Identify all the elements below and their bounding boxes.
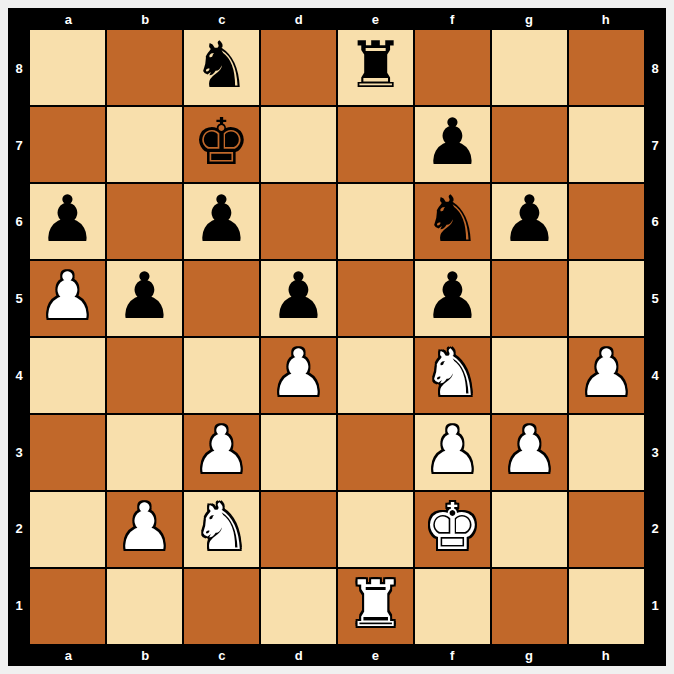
rank-label-right-1: 1 xyxy=(644,567,666,644)
square-e5[interactable] xyxy=(338,261,413,336)
file-label-bottom-f: f xyxy=(414,644,491,666)
rank-label-right-4: 4 xyxy=(644,337,666,414)
square-d1[interactable] xyxy=(261,569,336,644)
white-rook-e1[interactable]: ♜ xyxy=(347,572,404,636)
rank-label-right-8: 8 xyxy=(644,30,666,107)
file-label-top-c: c xyxy=(184,8,261,30)
board: ♞♜♚♟♟♟♞♟♟♟♟♟♟♞♟♟♟♟♟♞♚♜ xyxy=(30,30,644,644)
square-b5[interactable]: ♟ xyxy=(107,261,182,336)
square-a7[interactable] xyxy=(30,107,105,182)
square-c5[interactable] xyxy=(184,261,259,336)
rank-label-left-8: 8 xyxy=(8,30,30,107)
rank-label-right-2: 2 xyxy=(644,491,666,568)
square-a6[interactable]: ♟ xyxy=(30,184,105,259)
square-e8[interactable]: ♜ xyxy=(338,30,413,105)
rank-labels-right: 87654321 xyxy=(644,30,666,644)
square-e1[interactable]: ♜ xyxy=(338,569,413,644)
file-label-top-b: b xyxy=(107,8,184,30)
square-c7[interactable]: ♚ xyxy=(184,107,259,182)
rank-labels-left: 87654321 xyxy=(8,30,30,644)
rank-label-left-2: 2 xyxy=(8,491,30,568)
square-g5[interactable] xyxy=(492,261,567,336)
square-b6[interactable] xyxy=(107,184,182,259)
square-c3[interactable]: ♟ xyxy=(184,415,259,490)
white-knight-c2[interactable]: ♞ xyxy=(193,495,250,559)
square-h5[interactable] xyxy=(569,261,644,336)
square-b8[interactable] xyxy=(107,30,182,105)
square-g6[interactable]: ♟ xyxy=(492,184,567,259)
square-b3[interactable] xyxy=(107,415,182,490)
rank-label-right-7: 7 xyxy=(644,107,666,184)
square-f3[interactable]: ♟ xyxy=(415,415,490,490)
rank-label-left-3: 3 xyxy=(8,414,30,491)
square-f6[interactable]: ♞ xyxy=(415,184,490,259)
square-b2[interactable]: ♟ xyxy=(107,492,182,567)
square-h2[interactable] xyxy=(569,492,644,567)
square-c4[interactable] xyxy=(184,338,259,413)
square-g4[interactable] xyxy=(492,338,567,413)
square-d5[interactable]: ♟ xyxy=(261,261,336,336)
square-e2[interactable] xyxy=(338,492,413,567)
black-pawn-f7[interactable]: ♟ xyxy=(424,110,481,174)
black-knight-c8[interactable]: ♞ xyxy=(193,33,250,97)
square-f4[interactable]: ♞ xyxy=(415,338,490,413)
square-a3[interactable] xyxy=(30,415,105,490)
white-knight-f4[interactable]: ♞ xyxy=(424,341,481,405)
square-d6[interactable] xyxy=(261,184,336,259)
black-pawn-f5[interactable]: ♟ xyxy=(424,264,481,328)
square-b7[interactable] xyxy=(107,107,182,182)
file-label-bottom-a: a xyxy=(30,644,107,666)
file-label-bottom-e: e xyxy=(337,644,414,666)
white-pawn-a5[interactable]: ♟ xyxy=(39,264,96,328)
square-a4[interactable] xyxy=(30,338,105,413)
square-e6[interactable] xyxy=(338,184,413,259)
white-pawn-f3[interactable]: ♟ xyxy=(424,418,481,482)
square-a1[interactable] xyxy=(30,569,105,644)
square-d8[interactable] xyxy=(261,30,336,105)
chess-board-frame: abcdefgh abcdefgh 87654321 87654321 ♞♜♚♟… xyxy=(8,8,666,666)
square-e4[interactable] xyxy=(338,338,413,413)
file-labels-top: abcdefgh xyxy=(30,8,644,30)
square-h8[interactable] xyxy=(569,30,644,105)
square-d3[interactable] xyxy=(261,415,336,490)
square-g8[interactable] xyxy=(492,30,567,105)
white-pawn-g3[interactable]: ♟ xyxy=(501,418,558,482)
white-pawn-b2[interactable]: ♟ xyxy=(116,495,173,559)
square-h1[interactable] xyxy=(569,569,644,644)
square-d2[interactable] xyxy=(261,492,336,567)
square-h3[interactable] xyxy=(569,415,644,490)
file-label-top-f: f xyxy=(414,8,491,30)
black-pawn-b5[interactable]: ♟ xyxy=(116,264,173,328)
black-pawn-a6[interactable]: ♟ xyxy=(39,187,96,251)
square-c1[interactable] xyxy=(184,569,259,644)
rank-label-left-4: 4 xyxy=(8,337,30,414)
square-f5[interactable]: ♟ xyxy=(415,261,490,336)
rank-label-left-7: 7 xyxy=(8,107,30,184)
square-a5[interactable]: ♟ xyxy=(30,261,105,336)
black-king-c7[interactable]: ♚ xyxy=(193,110,250,174)
file-label-bottom-g: g xyxy=(491,644,568,666)
rank-label-left-5: 5 xyxy=(8,260,30,337)
rank-label-left-1: 1 xyxy=(8,567,30,644)
rank-label-right-5: 5 xyxy=(644,260,666,337)
white-pawn-c3[interactable]: ♟ xyxy=(193,418,250,482)
square-h7[interactable] xyxy=(569,107,644,182)
file-label-bottom-c: c xyxy=(184,644,261,666)
black-pawn-d5[interactable]: ♟ xyxy=(270,264,327,328)
square-c6[interactable]: ♟ xyxy=(184,184,259,259)
white-pawn-d4[interactable]: ♟ xyxy=(270,341,327,405)
black-rook-e8[interactable]: ♜ xyxy=(347,33,404,97)
square-f1[interactable] xyxy=(415,569,490,644)
black-knight-f6[interactable]: ♞ xyxy=(424,187,481,251)
rank-label-right-6: 6 xyxy=(644,184,666,261)
square-g7[interactable] xyxy=(492,107,567,182)
rank-label-right-3: 3 xyxy=(644,414,666,491)
black-pawn-c6[interactable]: ♟ xyxy=(193,187,250,251)
square-e3[interactable] xyxy=(338,415,413,490)
square-a8[interactable] xyxy=(30,30,105,105)
square-f8[interactable] xyxy=(415,30,490,105)
square-b4[interactable] xyxy=(107,338,182,413)
file-label-bottom-d: d xyxy=(260,644,337,666)
file-label-top-e: e xyxy=(337,8,414,30)
square-d4[interactable]: ♟ xyxy=(261,338,336,413)
file-label-top-d: d xyxy=(260,8,337,30)
white-pawn-h4[interactable]: ♟ xyxy=(578,341,635,405)
file-label-bottom-h: h xyxy=(567,644,644,666)
file-label-top-g: g xyxy=(491,8,568,30)
white-king-f2[interactable]: ♚ xyxy=(424,495,481,559)
square-c2[interactable]: ♞ xyxy=(184,492,259,567)
square-d7[interactable] xyxy=(261,107,336,182)
file-label-top-h: h xyxy=(567,8,644,30)
square-g1[interactable] xyxy=(492,569,567,644)
square-e7[interactable] xyxy=(338,107,413,182)
square-h4[interactable]: ♟ xyxy=(569,338,644,413)
square-f2[interactable]: ♚ xyxy=(415,492,490,567)
square-c8[interactable]: ♞ xyxy=(184,30,259,105)
rank-label-left-6: 6 xyxy=(8,184,30,261)
file-label-top-a: a xyxy=(30,8,107,30)
file-label-bottom-b: b xyxy=(107,644,184,666)
square-g3[interactable]: ♟ xyxy=(492,415,567,490)
black-pawn-g6[interactable]: ♟ xyxy=(501,187,558,251)
square-g2[interactable] xyxy=(492,492,567,567)
square-f7[interactable]: ♟ xyxy=(415,107,490,182)
file-labels-bottom: abcdefgh xyxy=(30,644,644,666)
square-b1[interactable] xyxy=(107,569,182,644)
square-a2[interactable] xyxy=(30,492,105,567)
square-h6[interactable] xyxy=(569,184,644,259)
